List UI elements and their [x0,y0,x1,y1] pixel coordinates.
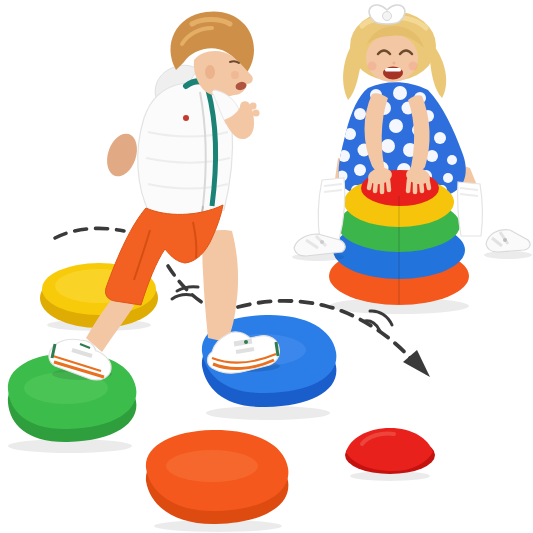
right-sneaker-heel-stripe [276,342,278,356]
orange-stone-highlight [166,450,258,482]
polka-dot [381,139,395,153]
girl-right-sandal [486,230,530,252]
arrowhead [403,350,430,377]
girl-figure [334,5,482,199]
bow-knot [383,12,392,21]
girl-cheek [368,62,377,71]
polka-dot [338,150,350,162]
girl-hair-strand-left [343,44,362,100]
girl-cheek [409,62,418,71]
right-sneaker-accent [244,340,248,344]
finger [427,178,429,188]
dashed-path-segment-1 [55,228,124,238]
boy-cheek [231,71,239,79]
finger [408,180,409,191]
boy-ear [205,65,215,79]
boy-figure [86,11,260,352]
vest-chest-logo [183,115,189,121]
polka-dot [389,119,403,133]
girl-nose [393,62,396,65]
girl-left-sock [318,178,345,241]
orange-stone [146,430,288,532]
stepping-stones-scene [0,0,533,533]
left-sandal-buckle [320,240,324,244]
product-photo [0,0,533,533]
finger [369,178,371,188]
blue-stone-shadow [206,406,330,420]
boy-hand-finger [250,103,257,110]
polka-dot [447,155,457,165]
polka-dot [354,108,366,120]
finger [388,180,389,190]
polka-dot [344,128,356,140]
bounce-arc [172,295,191,299]
polka-dot [354,164,366,176]
polka-dot [443,173,453,183]
polka-dot [434,132,446,144]
red-stone [345,428,435,481]
boy-left-elbow [102,130,142,180]
right-sneaker-strap [234,341,252,344]
finger [375,180,376,191]
right-sandal-shadow [484,251,532,259]
girl-hair-strand-right [430,46,446,98]
finger [421,180,422,191]
right-sandal-buckle [503,238,507,242]
girl-teeth [385,68,401,72]
polka-dot [393,86,407,100]
stone-stack [329,170,469,314]
boy-hand-finger [253,110,260,117]
